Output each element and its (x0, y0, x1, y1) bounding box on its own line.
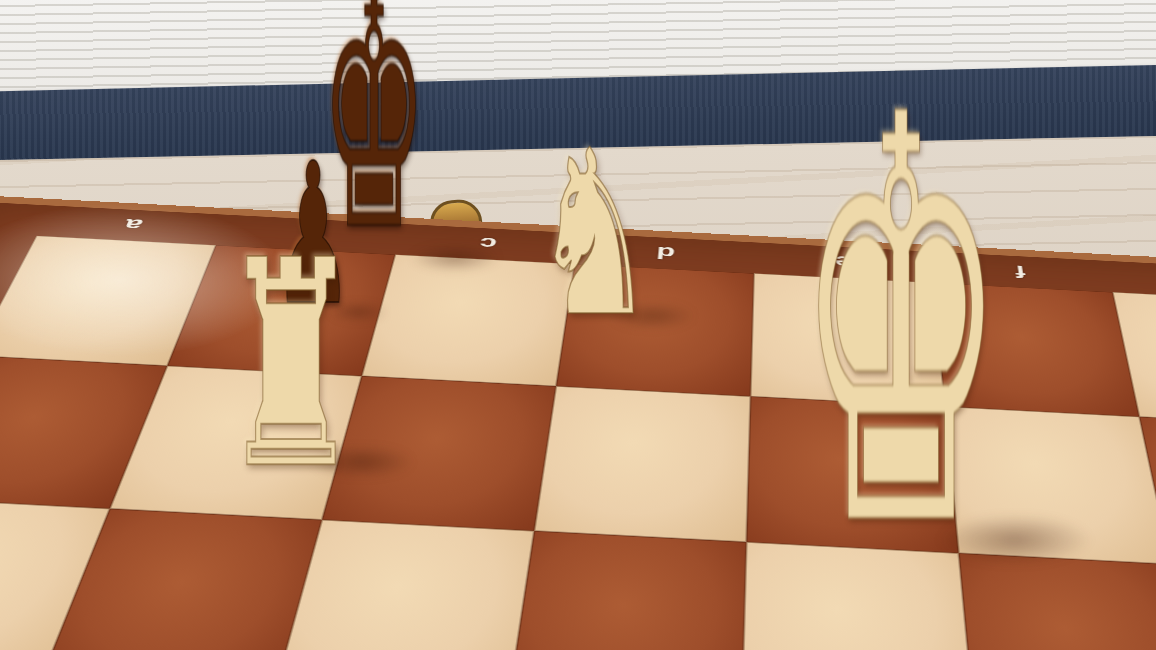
white-knight-on-c7: ♞ (533, 120, 656, 348)
white-rook-on-b5: ♜ (221, 223, 362, 508)
square-d6 (508, 531, 747, 650)
square-d7 (534, 386, 750, 542)
white-king-on-e5: ♚ (796, 44, 1007, 604)
